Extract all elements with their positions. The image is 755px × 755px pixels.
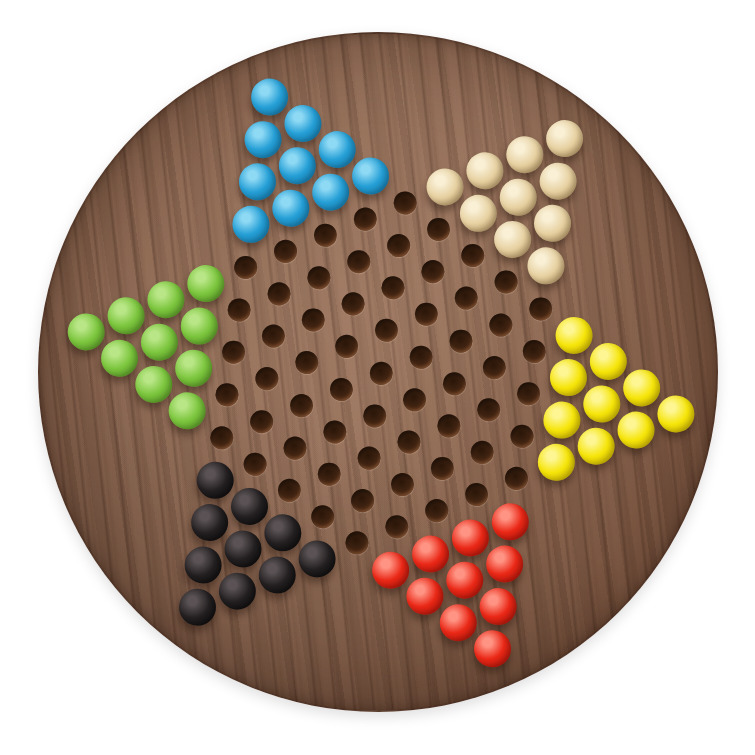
board-hole[interactable] [230,252,260,282]
board-hole[interactable] [394,427,424,457]
board-hole[interactable] [467,438,497,468]
peg-natural[interactable] [534,157,582,205]
board-hole[interactable] [406,342,436,372]
board-hole[interactable] [344,246,374,276]
board-hole[interactable] [433,411,463,441]
board-hole[interactable] [338,289,368,319]
board-hole[interactable] [451,283,481,313]
peg-green[interactable] [175,302,223,350]
board-hole[interactable] [411,299,441,329]
board-hole[interactable] [507,421,537,451]
board-hole[interactable] [320,417,350,447]
star-peg-grid [0,0,755,755]
board-hole[interactable] [274,476,304,506]
peg-blue[interactable] [347,152,395,200]
board-hole[interactable] [519,336,549,366]
peg-black[interactable] [293,535,341,583]
board-hole[interactable] [485,310,515,340]
board-hole[interactable] [384,230,414,260]
board-hole[interactable] [348,486,378,516]
board-hole[interactable] [417,257,447,287]
board-hole[interactable] [354,443,384,473]
board-hole[interactable] [400,385,430,415]
board-hole[interactable] [360,401,390,431]
board-hole[interactable] [366,358,396,388]
board-hole[interactable] [421,496,451,526]
peg-red[interactable] [480,540,528,588]
board-hole[interactable] [326,374,356,404]
board-hole[interactable] [292,348,322,378]
peg-yellow[interactable] [652,390,700,438]
peg-yellow[interactable] [612,407,660,455]
board-hole[interactable] [270,236,300,266]
peg-green[interactable] [181,259,229,307]
board-hole[interactable] [445,326,475,356]
board-hole[interactable] [473,395,503,425]
board-hole[interactable] [342,528,372,558]
board-hole[interactable] [479,352,509,382]
board-hole[interactable] [310,220,340,250]
board-hole[interactable] [439,368,469,398]
board-hole[interactable] [240,449,270,479]
board-hole[interactable] [513,379,543,409]
peg-green[interactable] [163,387,211,435]
board-hole[interactable] [218,337,248,367]
board-hole[interactable] [206,423,236,453]
board-hole[interactable] [390,188,420,218]
board-hole[interactable] [280,433,310,463]
chinese-checkers-board [38,32,718,712]
board-hole[interactable] [382,512,412,542]
peg-black[interactable] [253,552,301,600]
peg-yellow[interactable] [532,439,580,487]
board-hole[interactable] [332,332,362,362]
board-hole[interactable] [304,263,334,293]
peg-natural[interactable] [522,242,570,290]
peg-yellow[interactable] [572,423,620,471]
board-hole[interactable] [224,295,254,325]
board-hole[interactable] [314,459,344,489]
board-hole[interactable] [298,305,328,335]
board-hole[interactable] [491,267,521,297]
peg-black[interactable] [213,568,261,616]
peg-natural[interactable] [528,199,576,247]
board-hole[interactable] [427,454,457,484]
board-hole[interactable] [457,241,487,271]
peg-red[interactable] [468,625,516,673]
board-hole[interactable] [308,502,338,532]
peg-black[interactable] [173,584,221,632]
board-hole[interactable] [525,294,555,324]
board-hole[interactable] [246,406,276,436]
board-hole[interactable] [423,214,453,244]
board-hole[interactable] [378,273,408,303]
peg-red[interactable] [486,497,534,545]
board-hole[interactable] [461,480,491,510]
board-hole[interactable] [350,204,380,234]
board-hole[interactable] [212,380,242,410]
board-hole[interactable] [372,316,402,346]
board-hole[interactable] [388,470,418,500]
peg-blue[interactable] [227,201,275,249]
board-hole[interactable] [258,321,288,351]
board-hole[interactable] [286,390,316,420]
peg-blue[interactable] [307,168,355,216]
chinese-checkers-scene [0,0,755,755]
peg-red[interactable] [474,583,522,631]
board-hole[interactable] [501,464,531,494]
peg-natural[interactable] [540,114,588,162]
peg-blue[interactable] [267,184,315,232]
board-hole[interactable] [252,364,282,394]
board-hole[interactable] [264,279,294,309]
peg-green[interactable] [169,344,217,392]
